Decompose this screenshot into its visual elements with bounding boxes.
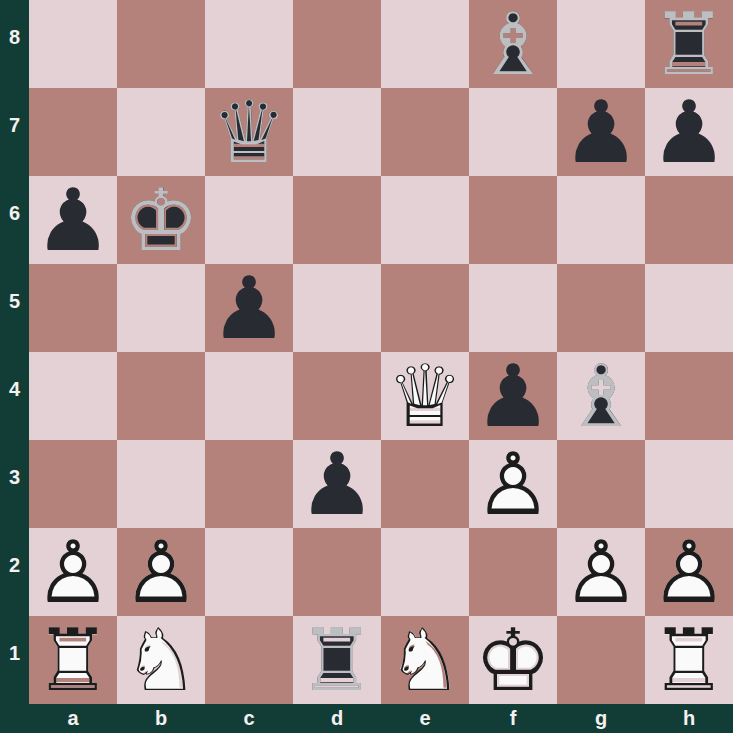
square-g2[interactable]: ♟♙ bbox=[557, 528, 645, 616]
square-b3[interactable] bbox=[117, 440, 205, 528]
black-rook-detail-icon: ♖ bbox=[293, 616, 381, 704]
rank-label-5: 5 bbox=[0, 264, 29, 352]
black-bishop-detail-icon: ♗ bbox=[557, 352, 645, 440]
black-pawn-icon: ♟ bbox=[29, 176, 117, 264]
rank-label-8: 8 bbox=[0, 0, 29, 88]
square-e6[interactable] bbox=[381, 176, 469, 264]
square-g5[interactable] bbox=[557, 264, 645, 352]
piece-white-rook-h1[interactable]: ♜♖ bbox=[645, 616, 733, 704]
rank-label-4: 4 bbox=[0, 352, 29, 440]
square-h3[interactable] bbox=[645, 440, 733, 528]
square-f4[interactable]: ♟ bbox=[469, 352, 557, 440]
square-d5[interactable] bbox=[293, 264, 381, 352]
square-b5[interactable] bbox=[117, 264, 205, 352]
piece-white-pawn-f3[interactable]: ♟♙ bbox=[469, 440, 557, 528]
square-g7[interactable]: ♟ bbox=[557, 88, 645, 176]
black-pawn-icon: ♟ bbox=[469, 352, 557, 440]
square-h4[interactable] bbox=[645, 352, 733, 440]
square-d6[interactable] bbox=[293, 176, 381, 264]
black-bishop-detail-icon: ♗ bbox=[469, 0, 557, 88]
square-g3[interactable] bbox=[557, 440, 645, 528]
square-a2[interactable]: ♟♙ bbox=[29, 528, 117, 616]
square-e1[interactable]: ♞♘ bbox=[381, 616, 469, 704]
square-a5[interactable] bbox=[29, 264, 117, 352]
square-h2[interactable]: ♟♙ bbox=[645, 528, 733, 616]
square-d2[interactable] bbox=[293, 528, 381, 616]
rank-label-3: 3 bbox=[0, 440, 29, 528]
square-d8[interactable] bbox=[293, 0, 381, 88]
square-b6[interactable]: ♚♔ bbox=[117, 176, 205, 264]
file-label-e: e bbox=[381, 704, 469, 733]
file-label-b: b bbox=[117, 704, 205, 733]
square-c1[interactable] bbox=[205, 616, 293, 704]
file-labels: abcdefgh bbox=[29, 704, 733, 733]
square-b4[interactable] bbox=[117, 352, 205, 440]
square-c6[interactable] bbox=[205, 176, 293, 264]
white-knight-outline-icon: ♘ bbox=[381, 616, 469, 704]
black-pawn-icon: ♟ bbox=[645, 88, 733, 176]
black-pawn-icon: ♟ bbox=[293, 440, 381, 528]
file-label-d: d bbox=[293, 704, 381, 733]
piece-white-king-f1[interactable]: ♚♔ bbox=[469, 616, 557, 704]
piece-white-pawn-a2[interactable]: ♟♙ bbox=[29, 528, 117, 616]
piece-white-knight-b1[interactable]: ♞♘ bbox=[117, 616, 205, 704]
square-f6[interactable] bbox=[469, 176, 557, 264]
black-rook-detail-icon: ♖ bbox=[645, 0, 733, 88]
piece-black-pawn-d3[interactable]: ♟ bbox=[293, 440, 381, 528]
square-e2[interactable] bbox=[381, 528, 469, 616]
square-e5[interactable] bbox=[381, 264, 469, 352]
square-c5[interactable]: ♟ bbox=[205, 264, 293, 352]
square-b2[interactable]: ♟♙ bbox=[117, 528, 205, 616]
chess-board-frame: 87654321 ♝♗♜♖♛♕♟♟♟♚♔♟♛♕♟♝♗♟♟♙♟♙♟♙♟♙♟♙♜♖♞… bbox=[0, 0, 733, 733]
square-f7[interactable] bbox=[469, 88, 557, 176]
square-f5[interactable] bbox=[469, 264, 557, 352]
black-pawn-icon: ♟ bbox=[205, 264, 293, 352]
piece-black-queen-c7[interactable]: ♛♕ bbox=[205, 88, 293, 176]
rank-label-1: 1 bbox=[0, 616, 29, 704]
piece-black-rook-h8[interactable]: ♜♖ bbox=[645, 0, 733, 88]
square-c3[interactable] bbox=[205, 440, 293, 528]
file-label-f: f bbox=[469, 704, 557, 733]
rank-label-6: 6 bbox=[0, 176, 29, 264]
square-e7[interactable] bbox=[381, 88, 469, 176]
piece-white-pawn-b2[interactable]: ♟♙ bbox=[117, 528, 205, 616]
white-knight-outline-icon: ♘ bbox=[117, 616, 205, 704]
square-a8[interactable] bbox=[29, 0, 117, 88]
square-b8[interactable] bbox=[117, 0, 205, 88]
piece-white-knight-e1[interactable]: ♞♘ bbox=[381, 616, 469, 704]
rank-labels: 87654321 bbox=[0, 0, 29, 704]
square-g4[interactable]: ♝♗ bbox=[557, 352, 645, 440]
square-h1[interactable]: ♜♖ bbox=[645, 616, 733, 704]
square-e8[interactable] bbox=[381, 0, 469, 88]
black-king-detail-icon: ♔ bbox=[117, 176, 205, 264]
piece-white-queen-e4[interactable]: ♛♕ bbox=[381, 352, 469, 440]
piece-black-king-b6[interactable]: ♚♔ bbox=[117, 176, 205, 264]
square-e3[interactable] bbox=[381, 440, 469, 528]
piece-black-pawn-h7[interactable]: ♟ bbox=[645, 88, 733, 176]
piece-black-rook-d1[interactable]: ♜♖ bbox=[293, 616, 381, 704]
square-b7[interactable] bbox=[117, 88, 205, 176]
square-a4[interactable] bbox=[29, 352, 117, 440]
chess-board: ♝♗♜♖♛♕♟♟♟♚♔♟♛♕♟♝♗♟♟♙♟♙♟♙♟♙♟♙♜♖♞♘♜♖♞♘♚♔♜♖ bbox=[29, 0, 733, 704]
piece-black-pawn-a6[interactable]: ♟ bbox=[29, 176, 117, 264]
white-pawn-outline-icon: ♙ bbox=[645, 528, 733, 616]
square-a3[interactable] bbox=[29, 440, 117, 528]
white-king-outline-icon: ♔ bbox=[469, 616, 557, 704]
file-label-h: h bbox=[645, 704, 733, 733]
square-f3[interactable]: ♟♙ bbox=[469, 440, 557, 528]
piece-black-pawn-g7[interactable]: ♟ bbox=[557, 88, 645, 176]
white-rook-outline-icon: ♖ bbox=[29, 616, 117, 704]
square-d7[interactable] bbox=[293, 88, 381, 176]
black-pawn-icon: ♟ bbox=[557, 88, 645, 176]
square-h5[interactable] bbox=[645, 264, 733, 352]
square-h7[interactable]: ♟ bbox=[645, 88, 733, 176]
white-pawn-outline-icon: ♙ bbox=[469, 440, 557, 528]
white-rook-outline-icon: ♖ bbox=[645, 616, 733, 704]
square-g6[interactable] bbox=[557, 176, 645, 264]
piece-white-pawn-g2[interactable]: ♟♙ bbox=[557, 528, 645, 616]
file-label-g: g bbox=[557, 704, 645, 733]
white-queen-outline-icon: ♕ bbox=[381, 352, 469, 440]
square-c2[interactable] bbox=[205, 528, 293, 616]
file-label-c: c bbox=[205, 704, 293, 733]
square-a6[interactable]: ♟ bbox=[29, 176, 117, 264]
piece-black-pawn-c5[interactable]: ♟ bbox=[205, 264, 293, 352]
piece-white-rook-a1[interactable]: ♜♖ bbox=[29, 616, 117, 704]
square-e4[interactable]: ♛♕ bbox=[381, 352, 469, 440]
white-pawn-outline-icon: ♙ bbox=[29, 528, 117, 616]
square-a1[interactable]: ♜♖ bbox=[29, 616, 117, 704]
square-c4[interactable] bbox=[205, 352, 293, 440]
square-h8[interactable]: ♜♖ bbox=[645, 0, 733, 88]
square-d3[interactable]: ♟ bbox=[293, 440, 381, 528]
square-c8[interactable] bbox=[205, 0, 293, 88]
square-d4[interactable] bbox=[293, 352, 381, 440]
piece-black-pawn-f4[interactable]: ♟ bbox=[469, 352, 557, 440]
piece-black-bishop-f8[interactable]: ♝♗ bbox=[469, 0, 557, 88]
square-f2[interactable] bbox=[469, 528, 557, 616]
square-g8[interactable] bbox=[557, 0, 645, 88]
white-pawn-outline-icon: ♙ bbox=[557, 528, 645, 616]
square-f8[interactable]: ♝♗ bbox=[469, 0, 557, 88]
black-queen-detail-icon: ♕ bbox=[205, 88, 293, 176]
piece-black-bishop-g4[interactable]: ♝♗ bbox=[557, 352, 645, 440]
rank-label-2: 2 bbox=[0, 528, 29, 616]
rank-label-7: 7 bbox=[0, 88, 29, 176]
white-pawn-outline-icon: ♙ bbox=[117, 528, 205, 616]
square-d1[interactable]: ♜♖ bbox=[293, 616, 381, 704]
file-label-a: a bbox=[29, 704, 117, 733]
square-a7[interactable] bbox=[29, 88, 117, 176]
square-c7[interactable]: ♛♕ bbox=[205, 88, 293, 176]
square-f1[interactable]: ♚♔ bbox=[469, 616, 557, 704]
square-b1[interactable]: ♞♘ bbox=[117, 616, 205, 704]
square-g1[interactable] bbox=[557, 616, 645, 704]
square-h6[interactable] bbox=[645, 176, 733, 264]
piece-white-pawn-h2[interactable]: ♟♙ bbox=[645, 528, 733, 616]
